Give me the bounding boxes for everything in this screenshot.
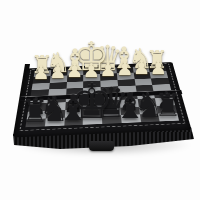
case-clasp xyxy=(89,141,114,151)
chess-board xyxy=(13,62,191,137)
chess-set-photo: ♜♞♝♛♚♝♞♜♟♟♟♟♟♟♟♟♟♟♟♟♟♟♟♟♜♞♝♛♚♝♞♜ xyxy=(0,0,200,200)
square-b8 xyxy=(139,113,159,122)
square-c8 xyxy=(120,114,140,123)
square-d8 xyxy=(101,115,121,124)
square-g8 xyxy=(44,118,64,127)
square-e8 xyxy=(83,116,102,125)
square-f8 xyxy=(63,117,82,126)
square-h8 xyxy=(25,118,45,127)
square-a8 xyxy=(158,113,179,122)
